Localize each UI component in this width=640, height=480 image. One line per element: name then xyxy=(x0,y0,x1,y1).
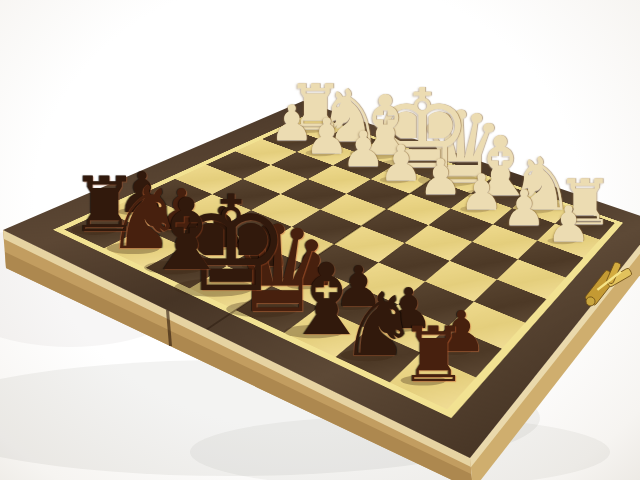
piece-white-pawn-c2: ♟ xyxy=(459,168,503,217)
piece-black-rook-h8: ♜ xyxy=(70,166,138,242)
chess-set-photo: ♜♞♝♛♚♝♞♜♟♟♟♟♟♟♟♟♟♟♟♟♟♟♟♟♜♞♝♛♚♝♞♜ Standar… xyxy=(0,0,640,480)
piece-white-pawn-e2: ♟ xyxy=(379,139,423,188)
brass-latch xyxy=(582,258,634,315)
piece-white-pawn-b2: ♟ xyxy=(502,183,546,232)
piece-white-pawn-a2: ♟ xyxy=(547,199,591,248)
piece-white-pawn-h2: ♟ xyxy=(270,99,314,148)
piece-white-pawn-d2: ♟ xyxy=(418,153,462,202)
